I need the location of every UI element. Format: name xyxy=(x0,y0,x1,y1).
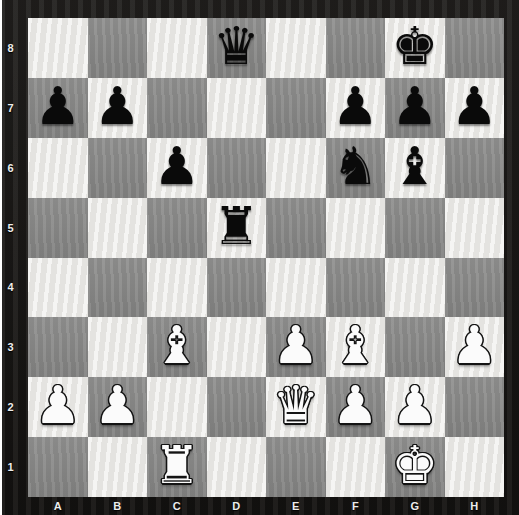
square-g2[interactable]: ♟ xyxy=(385,377,445,437)
square-c3[interactable]: ♝ xyxy=(147,317,207,377)
file-label-e: E xyxy=(266,497,326,515)
square-d2[interactable] xyxy=(207,377,267,437)
square-f2[interactable]: ♟ xyxy=(326,377,386,437)
square-d4[interactable] xyxy=(207,258,267,318)
square-d5[interactable]: ♜ xyxy=(207,198,267,258)
piece-black-rook[interactable]: ♜ xyxy=(213,200,260,252)
square-h3[interactable]: ♟ xyxy=(445,317,505,377)
square-a5[interactable] xyxy=(28,198,88,258)
square-b1[interactable] xyxy=(88,437,148,497)
square-g3[interactable] xyxy=(385,317,445,377)
square-g7[interactable]: ♟ xyxy=(385,78,445,138)
piece-black-queen[interactable]: ♛ xyxy=(213,20,260,72)
square-d3[interactable] xyxy=(207,317,267,377)
square-c4[interactable] xyxy=(147,258,207,318)
square-f1[interactable] xyxy=(326,437,386,497)
square-h5[interactable] xyxy=(445,198,505,258)
piece-white-pawn[interactable]: ♟ xyxy=(272,319,319,371)
piece-black-pawn[interactable]: ♟ xyxy=(332,80,379,132)
square-a2[interactable]: ♟ xyxy=(28,377,88,437)
piece-black-pawn[interactable]: ♟ xyxy=(153,140,200,192)
piece-white-pawn[interactable]: ♟ xyxy=(451,319,498,371)
square-e3[interactable]: ♟ xyxy=(266,317,326,377)
square-h4[interactable] xyxy=(445,258,505,318)
square-e8[interactable] xyxy=(266,18,326,78)
square-e2[interactable]: ♛ xyxy=(266,377,326,437)
board: ♛♚♟♟♟♟♟♟♞♝♜♝♟♝♟♟♟♛♟♟♜♚ xyxy=(28,18,504,497)
piece-white-king[interactable]: ♚ xyxy=(391,439,438,491)
file-label-d: D xyxy=(207,497,267,515)
piece-white-pawn[interactable]: ♟ xyxy=(34,379,81,431)
piece-white-pawn[interactable]: ♟ xyxy=(391,379,438,431)
square-a7[interactable]: ♟ xyxy=(28,78,88,138)
square-e1[interactable] xyxy=(266,437,326,497)
square-d6[interactable] xyxy=(207,138,267,198)
square-b4[interactable] xyxy=(88,258,148,318)
piece-white-pawn[interactable]: ♟ xyxy=(94,379,141,431)
square-e5[interactable] xyxy=(266,198,326,258)
square-h8[interactable] xyxy=(445,18,505,78)
rank-label-3: 3 xyxy=(0,317,28,377)
square-h6[interactable] xyxy=(445,138,505,198)
file-label-g: G xyxy=(385,497,445,515)
piece-white-queen[interactable]: ♛ xyxy=(272,379,319,431)
piece-white-pawn[interactable]: ♟ xyxy=(332,379,379,431)
square-f8[interactable] xyxy=(326,18,386,78)
square-c5[interactable] xyxy=(147,198,207,258)
rank-label-7: 7 xyxy=(0,78,28,138)
square-a6[interactable] xyxy=(28,138,88,198)
square-h2[interactable] xyxy=(445,377,505,437)
square-c7[interactable] xyxy=(147,78,207,138)
piece-black-bishop[interactable]: ♝ xyxy=(391,140,438,192)
file-labels: ABCDEFGH xyxy=(28,497,504,515)
rank-label-6: 6 xyxy=(0,138,28,198)
square-a4[interactable] xyxy=(28,258,88,318)
piece-black-knight[interactable]: ♞ xyxy=(332,140,379,192)
square-a1[interactable] xyxy=(28,437,88,497)
square-e7[interactable] xyxy=(266,78,326,138)
square-c2[interactable] xyxy=(147,377,207,437)
square-e6[interactable] xyxy=(266,138,326,198)
square-b5[interactable] xyxy=(88,198,148,258)
square-g6[interactable]: ♝ xyxy=(385,138,445,198)
rank-label-5: 5 xyxy=(0,198,28,258)
square-b3[interactable] xyxy=(88,317,148,377)
piece-white-bishop[interactable]: ♝ xyxy=(153,319,200,371)
square-d8[interactable]: ♛ xyxy=(207,18,267,78)
square-b2[interactable]: ♟ xyxy=(88,377,148,437)
rank-label-8: 8 xyxy=(0,18,28,78)
square-c6[interactable]: ♟ xyxy=(147,138,207,198)
square-f7[interactable]: ♟ xyxy=(326,78,386,138)
square-a8[interactable] xyxy=(28,18,88,78)
square-b8[interactable] xyxy=(88,18,148,78)
square-d7[interactable] xyxy=(207,78,267,138)
piece-black-king[interactable]: ♚ xyxy=(391,20,438,72)
square-c1[interactable]: ♜ xyxy=(147,437,207,497)
piece-white-rook[interactable]: ♜ xyxy=(153,439,200,491)
square-b7[interactable]: ♟ xyxy=(88,78,148,138)
piece-black-pawn[interactable]: ♟ xyxy=(451,80,498,132)
piece-black-pawn[interactable]: ♟ xyxy=(94,80,141,132)
square-g5[interactable] xyxy=(385,198,445,258)
file-label-b: B xyxy=(88,497,148,515)
square-c8[interactable] xyxy=(147,18,207,78)
rank-labels: 87654321 xyxy=(0,18,28,497)
file-label-f: F xyxy=(326,497,386,515)
piece-white-bishop[interactable]: ♝ xyxy=(332,319,379,371)
file-label-a: A xyxy=(28,497,88,515)
rank-label-4: 4 xyxy=(0,258,28,318)
board-frame: 87654321 ABCDEFGH ♛♚♟♟♟♟♟♟♞♝♜♝♟♝♟♟♟♛♟♟♜♚ xyxy=(0,0,519,515)
square-h1[interactable] xyxy=(445,437,505,497)
rank-label-1: 1 xyxy=(0,437,28,497)
file-label-h: H xyxy=(445,497,505,515)
file-label-c: C xyxy=(147,497,207,515)
square-g8[interactable]: ♚ xyxy=(385,18,445,78)
piece-black-pawn[interactable]: ♟ xyxy=(391,80,438,132)
square-e4[interactable] xyxy=(266,258,326,318)
square-a3[interactable] xyxy=(28,317,88,377)
piece-black-pawn[interactable]: ♟ xyxy=(34,80,81,132)
square-h7[interactable]: ♟ xyxy=(445,78,505,138)
rank-label-2: 2 xyxy=(0,377,28,437)
square-f5[interactable] xyxy=(326,198,386,258)
square-f4[interactable] xyxy=(326,258,386,318)
square-g1[interactable]: ♚ xyxy=(385,437,445,497)
square-d1[interactable] xyxy=(207,437,267,497)
square-b6[interactable] xyxy=(88,138,148,198)
square-g4[interactable] xyxy=(385,258,445,318)
square-f3[interactable]: ♝ xyxy=(326,317,386,377)
square-f6[interactable]: ♞ xyxy=(326,138,386,198)
